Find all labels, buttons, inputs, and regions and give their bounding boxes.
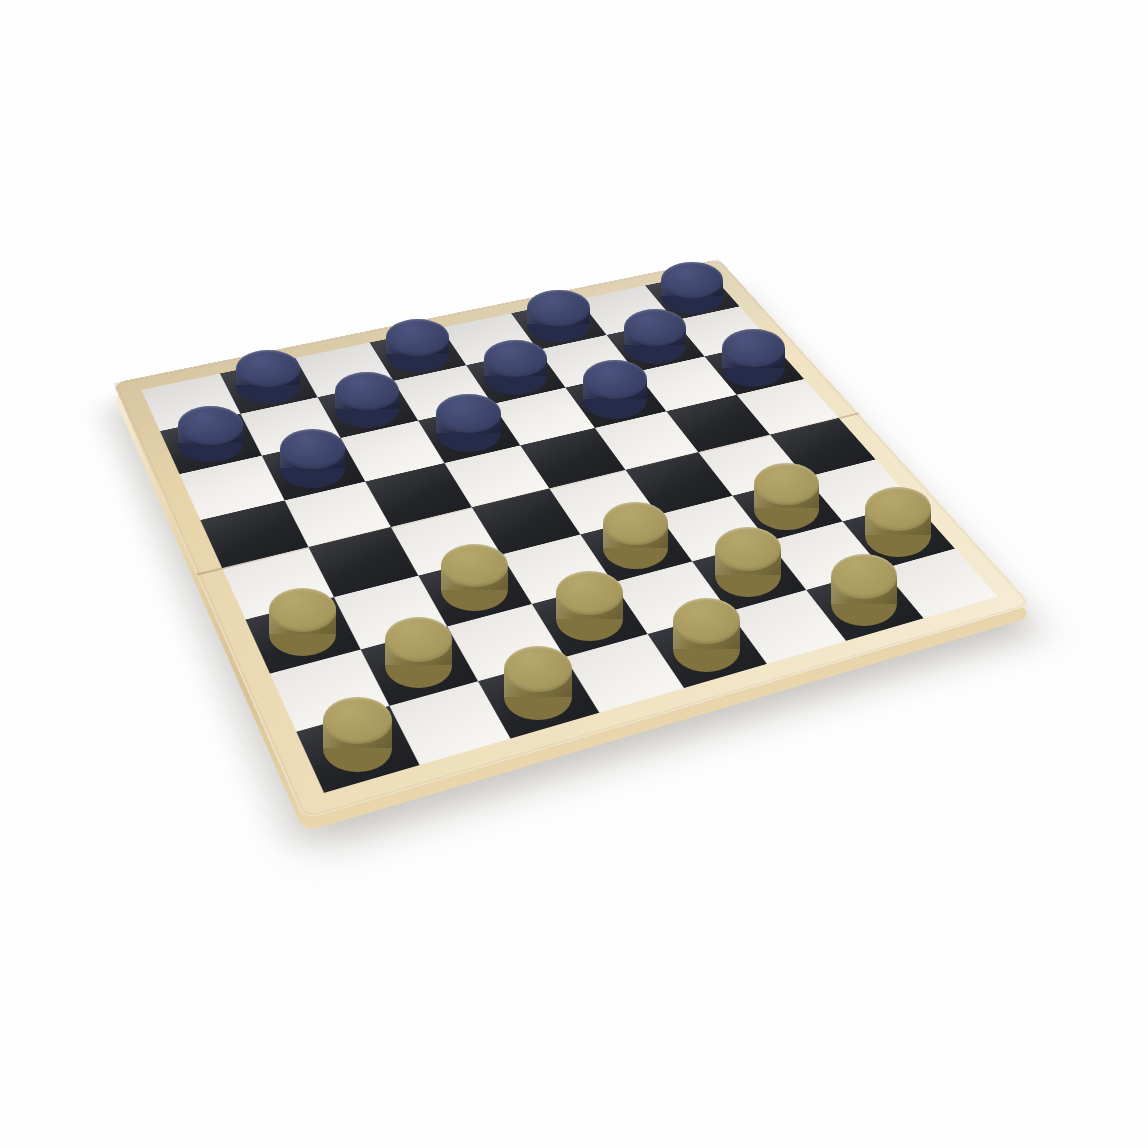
gold-checker-e3[interactable]: ⛀ <box>603 502 669 569</box>
piece-top-face: ⛀ <box>556 571 623 616</box>
piece-glyph: ⛂ <box>435 393 436 394</box>
piece-top-face: ⛂ <box>335 372 399 410</box>
piece-top-face: ⛀ <box>831 554 898 599</box>
piece-top-face: ⛀ <box>385 617 453 662</box>
piece-glyph: ⛀ <box>322 696 323 697</box>
gold-checker-d2[interactable]: ⛀ <box>556 571 623 642</box>
piece-glyph: ⛀ <box>830 553 831 554</box>
piece-top-face: ⛂ <box>178 406 243 445</box>
piece-glyph: ⛂ <box>235 349 236 350</box>
piece-top-face: ⛀ <box>603 502 669 545</box>
piece-glyph: ⛂ <box>623 308 624 309</box>
piece-top-face: ⛀ <box>441 544 508 587</box>
navy-checker-g7[interactable]: ⛂ <box>624 309 687 364</box>
piece-top-face: ⛀ <box>504 646 572 692</box>
piece-top-face: ⛀ <box>323 697 392 744</box>
piece-top-face: ⛂ <box>484 340 548 378</box>
navy-checker-d8[interactable]: ⛂ <box>386 319 449 372</box>
navy-checker-h8[interactable]: ⛂ <box>661 262 723 314</box>
navy-checker-h6[interactable]: ⛂ <box>722 329 785 387</box>
navy-checker-b8[interactable]: ⛂ <box>236 350 300 403</box>
piece-glyph: ⛀ <box>268 587 269 588</box>
navy-checker-f8[interactable]: ⛂ <box>527 290 590 343</box>
gold-checker-c1[interactable]: ⛀ <box>504 646 572 720</box>
piece-glyph: ⛂ <box>279 428 280 429</box>
piece-glyph: ⛀ <box>753 462 754 463</box>
navy-checker-c7[interactable]: ⛂ <box>335 372 399 428</box>
piece-glyph: ⛂ <box>582 359 583 360</box>
piece-top-face: ⛀ <box>269 588 337 632</box>
piece-glyph: ⛀ <box>714 526 715 527</box>
gold-checker-b2[interactable]: ⛀ <box>385 617 453 688</box>
piece-glyph: ⛀ <box>503 645 504 646</box>
piece-top-face: ⛂ <box>661 262 723 298</box>
piece-glyph: ⛀ <box>672 597 673 598</box>
piece-top-face: ⛂ <box>722 329 785 367</box>
piece-top-face: ⛂ <box>280 429 345 469</box>
gold-checker-g1[interactable]: ⛀ <box>831 554 898 627</box>
navy-checker-a7[interactable]: ⛂ <box>178 406 243 463</box>
piece-top-face: ⛀ <box>865 487 931 531</box>
piece-glyph: ⛀ <box>384 616 385 617</box>
piece-top-face: ⛂ <box>527 290 590 326</box>
piece-glyph: ⛂ <box>177 405 178 406</box>
piece-top-face: ⛂ <box>583 360 647 399</box>
piece-glyph: ⛂ <box>526 289 527 290</box>
photo-background: ⛂⛂⛂⛂⛂⛂⛂⛂⛂⛂⛂⛂⛀⛀⛀⛀⛀⛀⛀⛀⛀⛀⛀⛀ <box>0 0 1148 1148</box>
piece-glyph: ⛂ <box>721 328 722 329</box>
gold-checker-g3[interactable]: ⛀ <box>754 463 819 530</box>
piece-glyph: ⛀ <box>864 486 865 487</box>
piece-glyph: ⛀ <box>602 501 603 502</box>
gold-checker-h2[interactable]: ⛀ <box>865 487 931 557</box>
gold-checker-a1[interactable]: ⛀ <box>323 697 392 772</box>
navy-checker-f6[interactable]: ⛂ <box>583 360 647 418</box>
piece-top-face: ⛀ <box>673 598 740 644</box>
gold-checker-c3[interactable]: ⛀ <box>441 544 508 612</box>
piece-glyph: ⛂ <box>334 371 335 372</box>
piece-glyph: ⛀ <box>440 543 441 544</box>
gold-checker-a3[interactable]: ⛀ <box>269 588 337 656</box>
gold-checker-e1[interactable]: ⛀ <box>673 598 740 672</box>
navy-checker-d6[interactable]: ⛂ <box>436 394 500 453</box>
gold-checker-f2[interactable]: ⛀ <box>715 527 781 597</box>
piece-glyph: ⛀ <box>555 570 556 571</box>
piece-glyph: ⛂ <box>483 339 484 340</box>
piece-glyph: ⛂ <box>660 261 661 262</box>
navy-checker-b6[interactable]: ⛂ <box>280 429 345 488</box>
piece-top-face: ⛂ <box>436 394 500 433</box>
piece-glyph: ⛂ <box>385 318 386 319</box>
navy-checker-e7[interactable]: ⛂ <box>484 340 548 396</box>
piece-top-face: ⛂ <box>386 319 449 356</box>
